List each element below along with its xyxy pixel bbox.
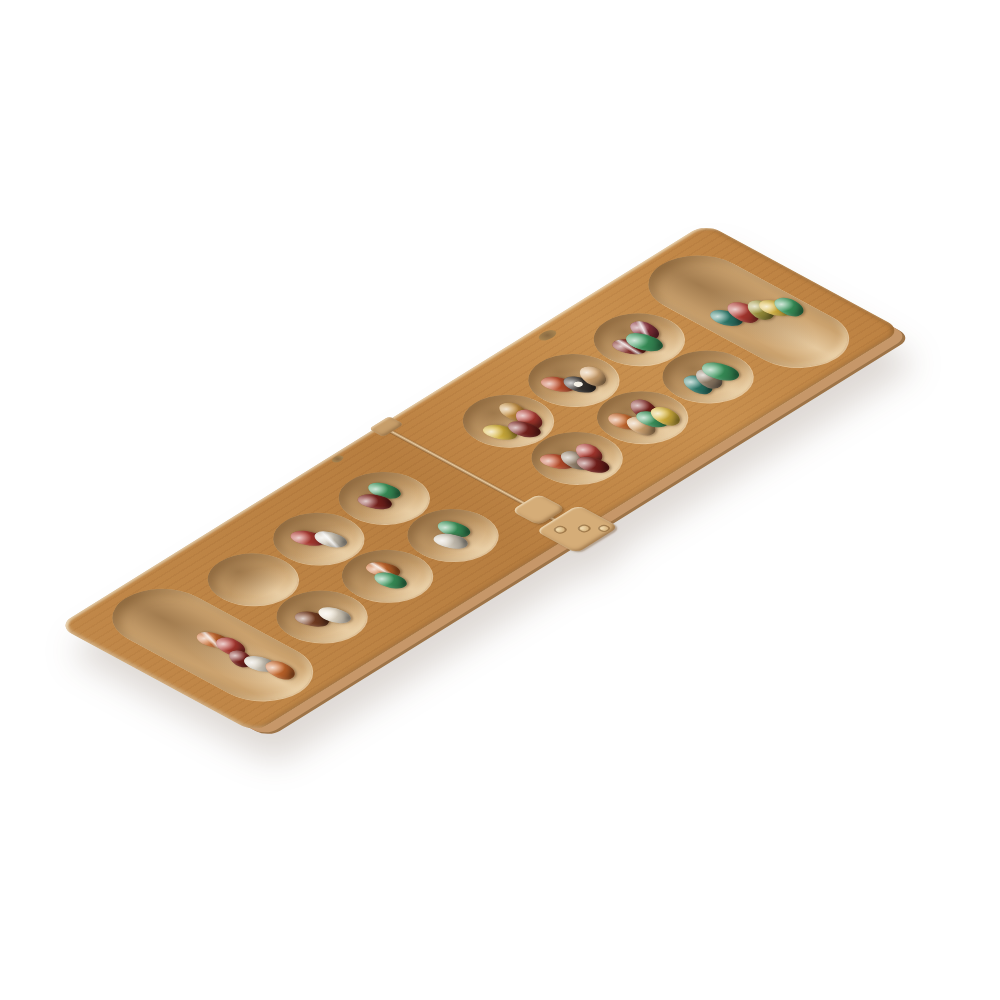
mancala-board — [57, 223, 902, 733]
board-wrapper — [0, 0, 1000, 1000]
hinge-pin — [551, 524, 569, 535]
product-photo-canvas — [0, 0, 1000, 1000]
wood-knot — [535, 328, 560, 342]
hinge-pin — [575, 523, 593, 534]
hinge-pin — [596, 524, 613, 534]
left-board-half — [57, 425, 578, 733]
